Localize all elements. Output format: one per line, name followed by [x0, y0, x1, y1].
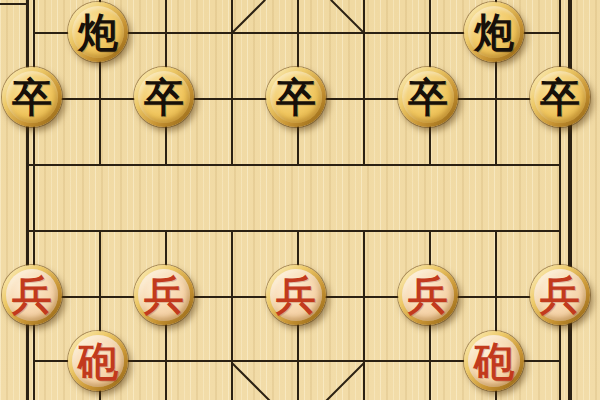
piece-glyph: 卒 — [6, 71, 58, 123]
piece-red-soldier[interactable]: 兵 — [398, 265, 458, 325]
piece-glyph: 卒 — [402, 71, 454, 123]
piece-face: 炮 — [468, 6, 520, 58]
piece-black-soldier[interactable]: 卒 — [266, 67, 326, 127]
piece-glyph: 卒 — [138, 71, 190, 123]
piece-glyph: 兵 — [270, 269, 322, 321]
piece-red-soldier[interactable]: 兵 — [266, 265, 326, 325]
piece-glyph: 炮 — [72, 6, 124, 58]
piece-face: 兵 — [138, 269, 190, 321]
piece-face: 卒 — [402, 71, 454, 123]
piece-black-soldier[interactable]: 卒 — [2, 67, 62, 127]
piece-black-cannon[interactable]: 炮 — [464, 2, 524, 62]
piece-glyph: 兵 — [6, 269, 58, 321]
piece-glyph: 兵 — [138, 269, 190, 321]
piece-black-soldier[interactable]: 卒 — [398, 67, 458, 127]
piece-red-cannon[interactable]: 砲 — [464, 331, 524, 391]
piece-face: 兵 — [270, 269, 322, 321]
piece-layer: 炮炮卒卒卒卒卒兵兵兵兵兵砲砲 — [0, 0, 600, 400]
piece-face: 卒 — [138, 71, 190, 123]
piece-red-soldier[interactable]: 兵 — [530, 265, 590, 325]
piece-red-soldier[interactable]: 兵 — [134, 265, 194, 325]
piece-glyph: 砲 — [72, 335, 124, 387]
piece-face: 兵 — [402, 269, 454, 321]
piece-glyph: 砲 — [468, 335, 520, 387]
piece-face: 炮 — [72, 6, 124, 58]
piece-glyph: 卒 — [534, 71, 586, 123]
piece-glyph: 炮 — [468, 6, 520, 58]
xiangqi-board: 炮炮卒卒卒卒卒兵兵兵兵兵砲砲 — [0, 0, 600, 400]
piece-red-cannon[interactable]: 砲 — [68, 331, 128, 391]
piece-red-soldier[interactable]: 兵 — [2, 265, 62, 325]
piece-face: 砲 — [72, 335, 124, 387]
piece-black-cannon[interactable]: 炮 — [68, 2, 128, 62]
piece-glyph: 兵 — [402, 269, 454, 321]
piece-black-soldier[interactable]: 卒 — [530, 67, 590, 127]
piece-glyph: 卒 — [270, 71, 322, 123]
piece-face: 卒 — [534, 71, 586, 123]
piece-face: 卒 — [270, 71, 322, 123]
piece-face: 砲 — [468, 335, 520, 387]
piece-face: 兵 — [534, 269, 586, 321]
piece-face: 兵 — [6, 269, 58, 321]
piece-black-soldier[interactable]: 卒 — [134, 67, 194, 127]
piece-glyph: 兵 — [534, 269, 586, 321]
piece-face: 卒 — [6, 71, 58, 123]
